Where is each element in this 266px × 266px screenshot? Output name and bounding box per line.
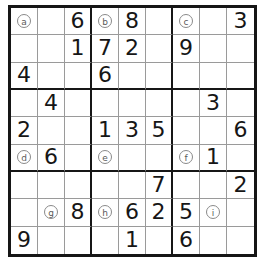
sudoku-page: a6b8c31729464321356d6ef172g8h625i916 bbox=[0, 0, 266, 266]
given-digit: 6 bbox=[125, 201, 139, 223]
cell-r7c8[interactable] bbox=[200, 172, 227, 199]
cell-r1c8[interactable] bbox=[200, 8, 227, 35]
cell-r9c3[interactable] bbox=[65, 227, 92, 254]
cell-r2c9[interactable] bbox=[227, 35, 254, 62]
cell-r7c5[interactable] bbox=[119, 172, 146, 199]
given-digit: 8 bbox=[71, 201, 85, 223]
cell-r3c4[interactable]: 6 bbox=[92, 63, 119, 90]
given-digit: 2 bbox=[234, 174, 248, 196]
cell-r3c5[interactable] bbox=[119, 63, 146, 90]
cell-r6c3[interactable] bbox=[65, 145, 92, 172]
given-digit: 2 bbox=[125, 37, 139, 59]
cell-r5c4[interactable]: 1 bbox=[92, 117, 119, 144]
cell-r5c7[interactable] bbox=[173, 117, 200, 144]
given-digit: 6 bbox=[71, 10, 85, 32]
cell-r5c1[interactable]: 2 bbox=[11, 117, 38, 144]
circled-label-a: a bbox=[17, 14, 31, 28]
cell-r7c2[interactable] bbox=[38, 172, 65, 199]
cell-r1c5[interactable]: 8 bbox=[119, 8, 146, 35]
cell-r8c5[interactable]: 6 bbox=[119, 199, 146, 226]
cell-r2c1[interactable] bbox=[11, 35, 38, 62]
cell-r5c3[interactable] bbox=[65, 117, 92, 144]
cell-r2c6[interactable] bbox=[146, 35, 173, 62]
cell-r9c8[interactable] bbox=[200, 227, 227, 254]
cell-r2c4[interactable]: 7 bbox=[92, 35, 119, 62]
given-digit: 7 bbox=[98, 37, 112, 59]
given-digit: 1 bbox=[125, 229, 139, 251]
given-digit: 8 bbox=[125, 10, 139, 32]
given-digit: 6 bbox=[179, 229, 193, 251]
cell-r2c7[interactable]: 9 bbox=[173, 35, 200, 62]
cell-r6c6[interactable] bbox=[146, 145, 173, 172]
cell-r1c3[interactable]: 6 bbox=[65, 8, 92, 35]
cell-r3c9[interactable] bbox=[227, 63, 254, 90]
cell-r3c1[interactable]: 4 bbox=[11, 63, 38, 90]
cell-r1c4[interactable]: b bbox=[92, 8, 119, 35]
given-digit: 2 bbox=[17, 119, 31, 141]
cell-r8c7[interactable]: 5 bbox=[173, 199, 200, 226]
given-digit: 3 bbox=[234, 10, 248, 32]
cell-r5c6[interactable]: 5 bbox=[146, 117, 173, 144]
circled-label-e: e bbox=[98, 150, 112, 164]
cell-r8c6[interactable]: 2 bbox=[146, 199, 173, 226]
given-digit: 5 bbox=[152, 119, 166, 141]
cell-r1c2[interactable] bbox=[38, 8, 65, 35]
cell-r8c3[interactable]: 8 bbox=[65, 199, 92, 226]
cell-r6c1[interactable]: d bbox=[11, 145, 38, 172]
sudoku-board: a6b8c31729464321356d6ef172g8h625i916 bbox=[8, 5, 257, 257]
given-digit: 1 bbox=[71, 37, 85, 59]
cell-r9c7[interactable]: 6 bbox=[173, 227, 200, 254]
cell-r4c8[interactable]: 3 bbox=[200, 90, 227, 117]
given-digit: 1 bbox=[206, 146, 220, 168]
cell-r6c9[interactable] bbox=[227, 145, 254, 172]
given-digit: 9 bbox=[179, 37, 193, 59]
cell-r8c8[interactable]: i bbox=[200, 199, 227, 226]
cell-r7c9[interactable]: 2 bbox=[227, 172, 254, 199]
circled-label-h: h bbox=[98, 205, 112, 219]
cell-r9c1[interactable]: 9 bbox=[11, 227, 38, 254]
given-digit: 4 bbox=[44, 92, 58, 114]
cell-r9c6[interactable] bbox=[146, 227, 173, 254]
cell-r7c3[interactable] bbox=[65, 172, 92, 199]
cell-r4c3[interactable] bbox=[65, 90, 92, 117]
cell-r1c1[interactable]: a bbox=[11, 8, 38, 35]
cell-r5c2[interactable] bbox=[38, 117, 65, 144]
given-digit: 3 bbox=[206, 92, 220, 114]
cell-r8c1[interactable] bbox=[11, 199, 38, 226]
cell-r6c4[interactable]: e bbox=[92, 145, 119, 172]
cell-r7c7[interactable] bbox=[173, 172, 200, 199]
cell-r4c2[interactable]: 4 bbox=[38, 90, 65, 117]
circled-label-b: b bbox=[98, 14, 112, 28]
cell-r3c8[interactable] bbox=[200, 63, 227, 90]
cell-r6c8[interactable]: 1 bbox=[200, 145, 227, 172]
cell-r6c7[interactable]: f bbox=[173, 145, 200, 172]
cell-r9c9[interactable] bbox=[227, 227, 254, 254]
cell-r6c5[interactable] bbox=[119, 145, 146, 172]
cell-r7c4[interactable] bbox=[92, 172, 119, 199]
given-digit: 1 bbox=[98, 119, 112, 141]
cell-r5c8[interactable] bbox=[200, 117, 227, 144]
cell-r3c7[interactable] bbox=[173, 63, 200, 90]
circled-label-c: c bbox=[179, 14, 193, 28]
cell-r7c1[interactable] bbox=[11, 172, 38, 199]
cell-r2c3[interactable]: 1 bbox=[65, 35, 92, 62]
cell-r5c9[interactable]: 6 bbox=[227, 117, 254, 144]
given-digit: 4 bbox=[17, 64, 31, 86]
given-digit: 6 bbox=[98, 64, 112, 86]
cell-r2c5[interactable]: 2 bbox=[119, 35, 146, 62]
cell-r8c4[interactable]: h bbox=[92, 199, 119, 226]
cell-r4c7[interactable] bbox=[173, 90, 200, 117]
given-digit: 7 bbox=[152, 174, 166, 196]
given-digit: 3 bbox=[125, 119, 139, 141]
circled-label-d: d bbox=[17, 150, 31, 164]
cell-r4c1[interactable] bbox=[11, 90, 38, 117]
cell-r2c2[interactable] bbox=[38, 35, 65, 62]
cell-r7c6[interactable]: 7 bbox=[146, 172, 173, 199]
given-digit: 9 bbox=[17, 229, 31, 251]
cell-r4c9[interactable] bbox=[227, 90, 254, 117]
cell-r9c2[interactable] bbox=[38, 227, 65, 254]
given-digit: 2 bbox=[152, 201, 166, 223]
cell-r1c7[interactable]: c bbox=[173, 8, 200, 35]
circled-label-i: i bbox=[206, 205, 220, 219]
cell-r2c8[interactable] bbox=[200, 35, 227, 62]
cell-r9c5[interactable]: 1 bbox=[119, 227, 146, 254]
cell-r8c2[interactable]: g bbox=[38, 199, 65, 226]
cell-r8c9[interactable] bbox=[227, 199, 254, 226]
given-digit: 5 bbox=[179, 201, 193, 223]
cell-r4c6[interactable] bbox=[146, 90, 173, 117]
cell-r1c9[interactable]: 3 bbox=[227, 8, 254, 35]
cell-r1c6[interactable] bbox=[146, 8, 173, 35]
cell-r3c6[interactable] bbox=[146, 63, 173, 90]
cell-r6c2[interactable]: 6 bbox=[38, 145, 65, 172]
cell-r3c2[interactable] bbox=[38, 63, 65, 90]
cell-r4c4[interactable] bbox=[92, 90, 119, 117]
given-digit: 6 bbox=[44, 146, 58, 168]
circled-label-f: f bbox=[179, 150, 193, 164]
given-digit: 6 bbox=[234, 119, 248, 141]
cell-r3c3[interactable] bbox=[65, 63, 92, 90]
cell-r9c4[interactable] bbox=[92, 227, 119, 254]
circled-label-g: g bbox=[44, 205, 58, 219]
cell-r4c5[interactable] bbox=[119, 90, 146, 117]
cell-r5c5[interactable]: 3 bbox=[119, 117, 146, 144]
